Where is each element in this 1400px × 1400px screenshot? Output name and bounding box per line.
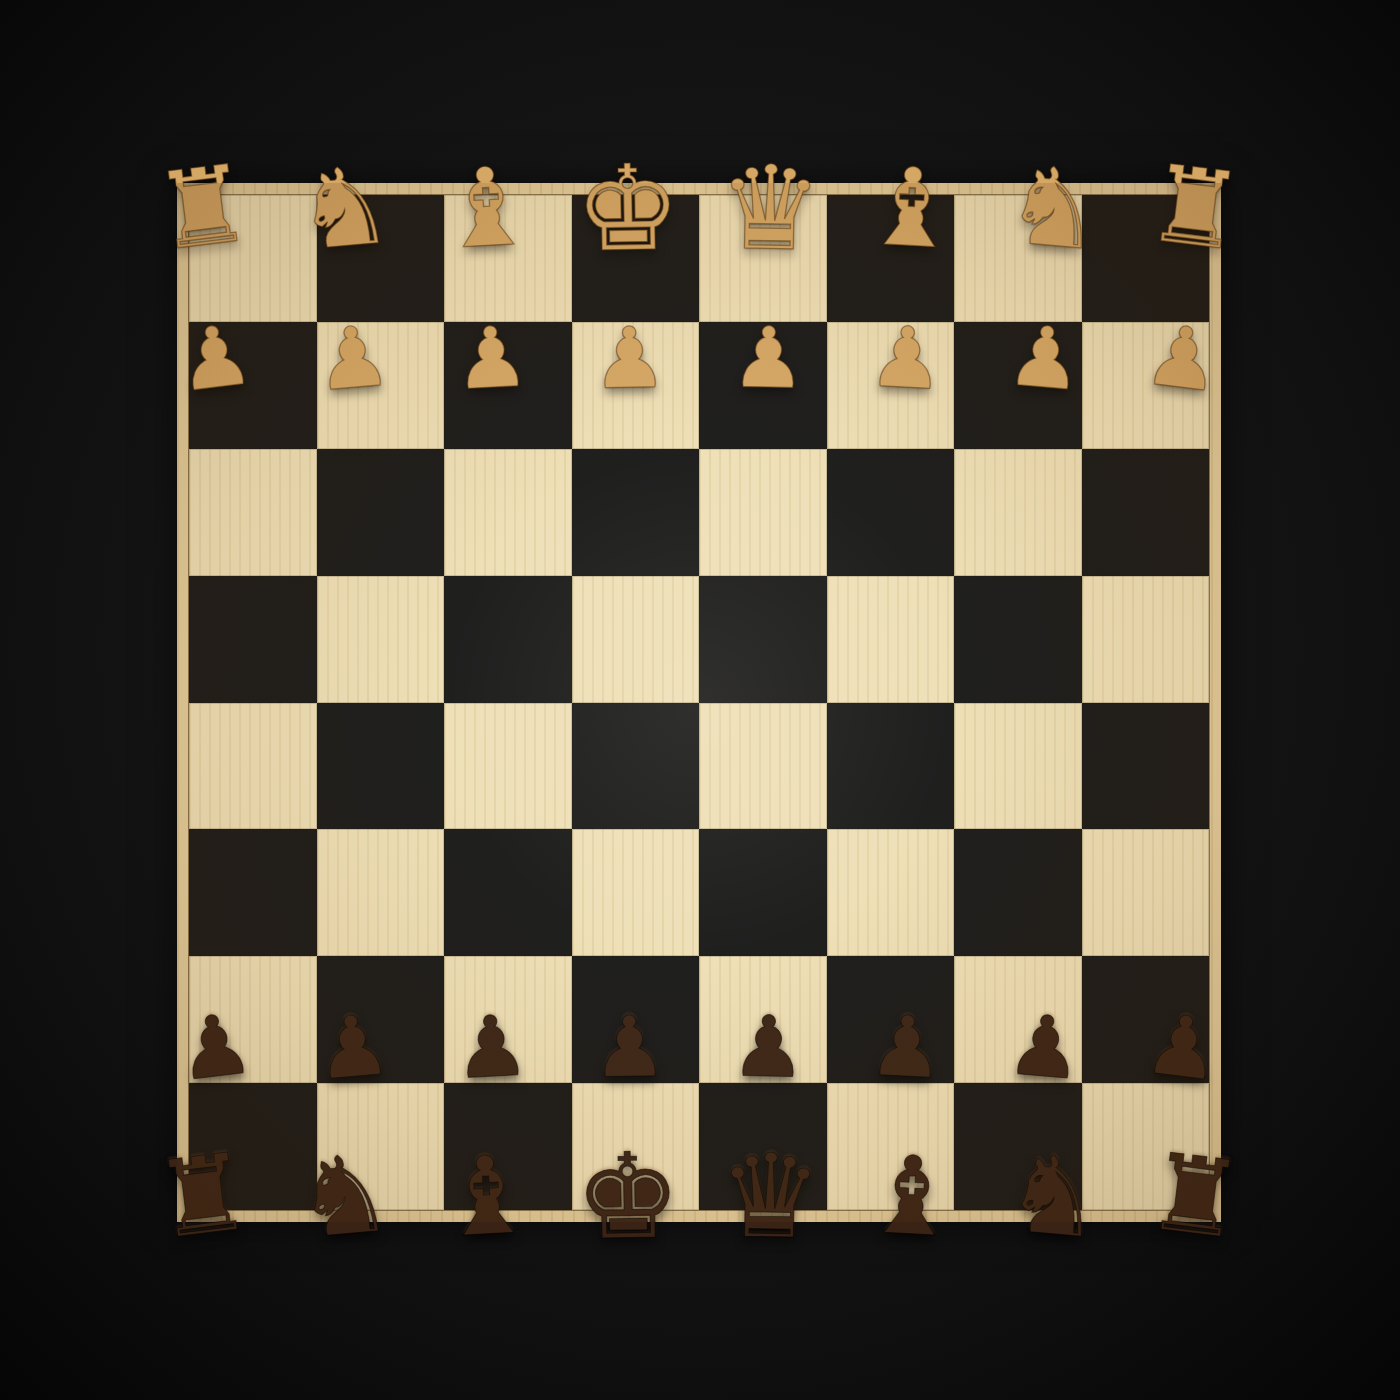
square-b1[interactable]: ♞ — [954, 195, 1082, 322]
piece-black-rook-a8[interactable]: ♜ — [1142, 1138, 1249, 1255]
square-d4[interactable] — [699, 576, 827, 703]
square-f8[interactable]: ♝ — [444, 1083, 572, 1210]
square-h3[interactable] — [189, 449, 317, 576]
square-e7[interactable]: ♟ — [572, 956, 700, 1083]
piece-white-pawn-g2[interactable]: ♟ — [312, 313, 394, 403]
piece-black-pawn-c7[interactable]: ♟ — [867, 1003, 947, 1091]
piece-black-pawn-e7[interactable]: ♟ — [591, 1004, 668, 1089]
piece-black-bishop-c8[interactable]: ♝ — [860, 1140, 962, 1253]
piece-white-pawn-h2[interactable]: ♟ — [172, 312, 257, 405]
square-c8[interactable]: ♝ — [827, 1083, 955, 1210]
piece-black-bishop-f8[interactable]: ♝ — [435, 1140, 537, 1253]
square-d1[interactable]: ♛ — [699, 195, 827, 322]
square-a7[interactable]: ♟ — [1082, 956, 1210, 1083]
square-g1[interactable]: ♞ — [317, 195, 445, 322]
square-g5[interactable] — [317, 703, 445, 830]
piece-white-bishop-c1[interactable]: ♝ — [860, 152, 962, 265]
square-c6[interactable] — [827, 829, 955, 956]
square-h2[interactable]: ♟ — [189, 322, 317, 449]
square-c4[interactable] — [827, 576, 955, 703]
square-f6[interactable] — [444, 829, 572, 956]
square-c5[interactable] — [827, 703, 955, 830]
piece-white-pawn-f2[interactable]: ♟ — [452, 314, 532, 402]
piece-white-knight-b1[interactable]: ♞ — [1001, 151, 1107, 267]
piece-black-knight-b8[interactable]: ♞ — [1001, 1138, 1107, 1254]
piece-white-bishop-f1[interactable]: ♝ — [435, 152, 537, 265]
piece-black-pawn-g7[interactable]: ♟ — [312, 1002, 394, 1092]
square-e5[interactable] — [572, 703, 700, 830]
piece-white-pawn-e2[interactable]: ♟ — [591, 316, 668, 401]
square-b7[interactable]: ♟ — [954, 956, 1082, 1083]
square-f5[interactable] — [444, 703, 572, 830]
square-f2[interactable]: ♟ — [444, 322, 572, 449]
square-b4[interactable] — [954, 576, 1082, 703]
square-d8[interactable]: ♛ — [699, 1083, 827, 1210]
board-grid: ♜♞♝♚♛♝♞♜♟♟♟♟♟♟♟♟♟♟♟♟♟♟♟♟♜♞♝♚♛♝♞♜ — [189, 195, 1209, 1210]
piece-black-pawn-f7[interactable]: ♟ — [452, 1003, 532, 1091]
piece-white-rook-a1[interactable]: ♜ — [1142, 150, 1249, 267]
square-b2[interactable]: ♟ — [954, 322, 1082, 449]
square-c2[interactable]: ♟ — [827, 322, 955, 449]
square-e3[interactable] — [572, 449, 700, 576]
square-h5[interactable] — [189, 703, 317, 830]
piece-black-king-e8[interactable]: ♚ — [574, 1136, 682, 1256]
square-d7[interactable]: ♟ — [699, 956, 827, 1083]
square-e2[interactable]: ♟ — [572, 322, 700, 449]
square-b3[interactable] — [954, 449, 1082, 576]
square-e4[interactable] — [572, 576, 700, 703]
square-d5[interactable] — [699, 703, 827, 830]
square-a2[interactable]: ♟ — [1082, 322, 1210, 449]
square-f7[interactable]: ♟ — [444, 956, 572, 1083]
piece-black-queen-d8[interactable]: ♛ — [717, 1137, 823, 1255]
piece-black-rook-h8[interactable]: ♜ — [149, 1138, 256, 1255]
square-a5[interactable] — [1082, 703, 1210, 830]
piece-black-pawn-a7[interactable]: ♟ — [1141, 1000, 1226, 1093]
square-h6[interactable] — [189, 829, 317, 956]
square-f4[interactable] — [444, 576, 572, 703]
square-e8[interactable]: ♚ — [572, 1083, 700, 1210]
photo-background: ♜♞♝♚♛♝♞♜♟♟♟♟♟♟♟♟♟♟♟♟♟♟♟♟♜♞♝♚♛♝♞♜ — [0, 0, 1400, 1400]
square-g3[interactable] — [317, 449, 445, 576]
square-a4[interactable] — [1082, 576, 1210, 703]
square-f3[interactable] — [444, 449, 572, 576]
square-g2[interactable]: ♟ — [317, 322, 445, 449]
square-d2[interactable]: ♟ — [699, 322, 827, 449]
square-b8[interactable]: ♞ — [954, 1083, 1082, 1210]
square-d6[interactable] — [699, 829, 827, 956]
square-h7[interactable]: ♟ — [189, 956, 317, 1083]
square-h4[interactable] — [189, 576, 317, 703]
square-b6[interactable] — [954, 829, 1082, 956]
chess-board: ♜♞♝♚♛♝♞♜♟♟♟♟♟♟♟♟♟♟♟♟♟♟♟♟♜♞♝♚♛♝♞♜ — [177, 183, 1221, 1222]
piece-white-pawn-d2[interactable]: ♟ — [730, 316, 807, 401]
piece-black-knight-g8[interactable]: ♞ — [292, 1138, 398, 1254]
piece-white-pawn-c2[interactable]: ♟ — [867, 314, 947, 402]
piece-black-pawn-b7[interactable]: ♟ — [1004, 1002, 1086, 1092]
square-f1[interactable]: ♝ — [444, 195, 572, 322]
piece-black-pawn-h7[interactable]: ♟ — [172, 1000, 257, 1093]
square-c1[interactable]: ♝ — [827, 195, 955, 322]
square-g6[interactable] — [317, 829, 445, 956]
square-e1[interactable]: ♚ — [572, 195, 700, 322]
piece-black-pawn-d7[interactable]: ♟ — [730, 1004, 807, 1089]
piece-white-queen-d1[interactable]: ♛ — [717, 150, 823, 268]
piece-white-pawn-a2[interactable]: ♟ — [1141, 312, 1226, 405]
square-e6[interactable] — [572, 829, 700, 956]
square-d3[interactable] — [699, 449, 827, 576]
square-g8[interactable]: ♞ — [317, 1083, 445, 1210]
square-g4[interactable] — [317, 576, 445, 703]
piece-white-king-e1[interactable]: ♚ — [574, 149, 682, 269]
square-a6[interactable] — [1082, 829, 1210, 956]
piece-white-rook-h1[interactable]: ♜ — [149, 150, 256, 267]
square-b5[interactable] — [954, 703, 1082, 830]
piece-white-knight-g1[interactable]: ♞ — [292, 151, 398, 267]
square-g7[interactable]: ♟ — [317, 956, 445, 1083]
square-c3[interactable] — [827, 449, 955, 576]
piece-white-pawn-b2[interactable]: ♟ — [1004, 313, 1086, 403]
square-a3[interactable] — [1082, 449, 1210, 576]
square-c7[interactable]: ♟ — [827, 956, 955, 1083]
